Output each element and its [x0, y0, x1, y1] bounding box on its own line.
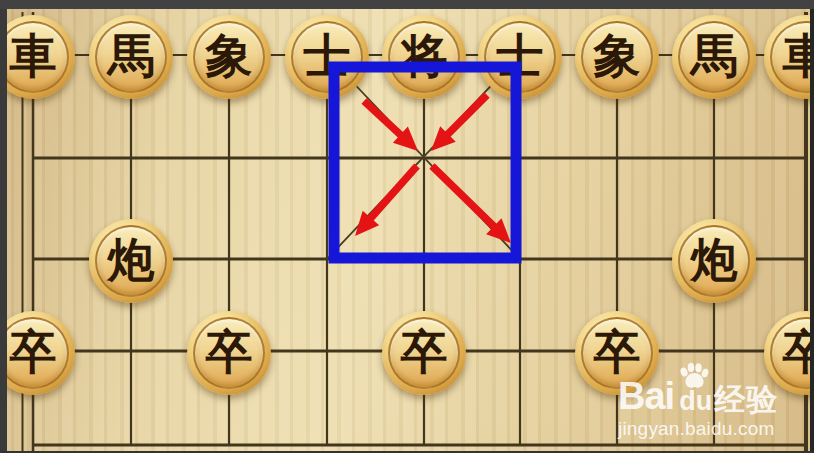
advisor-move-arrow-shaft [432, 166, 501, 233]
baidu-jingyan-label: 经验 [714, 384, 778, 415]
baidu-jingyan-watermark: Bai du 经验 jingyan.baidu.com [618, 362, 788, 440]
screenshot-right-edge [810, 9, 814, 453]
baidu-logo: Bai du 经验 [618, 362, 788, 415]
screenshot-left-edge [0, 9, 7, 453]
advisor-move-arrow-shaft [364, 166, 417, 226]
watermark-url: jingyan.baidu.com [618, 418, 788, 440]
baidu-logo-du: du [679, 388, 712, 415]
baidu-logo-bai: Bai [618, 377, 674, 415]
screenshot-root: 車馬象士将士象馬車炮炮卒卒卒卒卒 Bai du 经验 jingyan.baidu… [0, 0, 814, 453]
screenshot-top-edge [0, 0, 814, 9]
